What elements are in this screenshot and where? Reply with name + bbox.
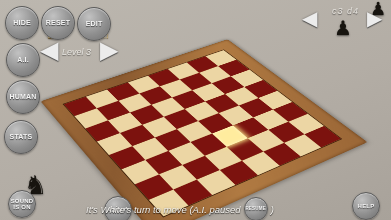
turn-status-text: It's White's turn to move (A.I. paused bbox=[86, 204, 241, 215]
status-bar: It's White's turn to move (A.I. paused R… bbox=[86, 197, 274, 220]
board-wooden-frame: ♜♚♜♟♟♟♝♟♟♟♞♟♝♞♟♞♟♝♟♟♟♚♛♜♜ bbox=[41, 39, 368, 220]
ai-button[interactable]: A.I. bbox=[6, 43, 40, 77]
reset-button[interactable]: RESET bbox=[41, 6, 75, 40]
status-suffix: ) bbox=[271, 204, 274, 215]
next-move-icon[interactable]: ▶ bbox=[367, 8, 382, 28]
help-button[interactable]: HELP bbox=[352, 192, 380, 220]
black-captured-piece: ♟ bbox=[334, 18, 352, 38]
board-3d-container: ♜♚♜♟♟♟♝♟♟♟♞♟♝♞♟♞♟♝♟♟♟♚♛♜♜ bbox=[41, 39, 368, 220]
resume-button[interactable]: RESUME bbox=[244, 197, 268, 220]
square-h2[interactable]: ♟ bbox=[74, 108, 108, 128]
square-a1[interactable] bbox=[205, 50, 236, 66]
human-button[interactable]: HUMAN bbox=[6, 80, 40, 114]
chess-app-screen: ♜♚♜♟♟♟♝♟♟♟♞♟♝♞♟♞♟♝♟♟♟♚♛♜♜ ♙♙♙♘♟♟♞ HIDE R… bbox=[0, 0, 391, 220]
hide-button[interactable]: HIDE bbox=[5, 6, 39, 40]
last-move-label: c3 d4 bbox=[332, 6, 359, 16]
ai-level-next-icon[interactable]: ▶ bbox=[100, 38, 118, 62]
prev-move-icon[interactable]: ◀ bbox=[302, 8, 317, 28]
ai-level-prev-icon[interactable]: ◀ bbox=[40, 38, 58, 62]
chess-board: ♜♚♜♟♟♟♝♟♟♟♞♟♝♞♟♞♟♝♟♟♟♚♛♜♜ bbox=[64, 50, 341, 216]
stats-button[interactable]: STATS bbox=[4, 120, 38, 154]
ai-level-label: Level 3 bbox=[62, 47, 91, 57]
sound-toggle-button[interactable]: SOUND IS ON bbox=[8, 190, 36, 218]
